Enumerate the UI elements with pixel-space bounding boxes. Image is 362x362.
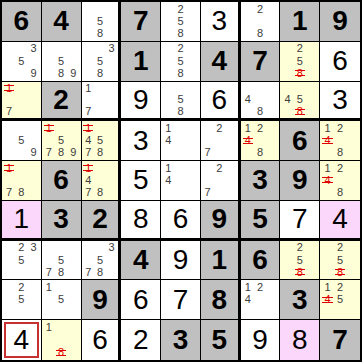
candidate-slot-9: [187, 187, 199, 199]
candidate-grid: 124: [242, 281, 279, 318]
candidate-3: 3: [31, 43, 37, 54]
candidate-slot-6: [306, 94, 318, 106]
cell-r8c5[interactable]: 7: [161, 280, 201, 320]
candidate-slot-5: 5: [174, 15, 186, 27]
candidate-slot-4: [202, 135, 214, 147]
candidate-slot-9: [187, 106, 199, 118]
cell-r5c9[interactable]: 1248: [320, 161, 360, 201]
cell-r9c2[interactable]: 18: [42, 320, 82, 360]
eliminated-candidate-1: 1: [85, 123, 91, 134]
candidate-2: 2: [257, 282, 263, 293]
cell-r3c9[interactable]: 3: [320, 82, 360, 122]
candidate-slot-7: [162, 187, 174, 199]
candidate-slot-5: 5: [15, 254, 27, 266]
eliminated-candidate-1: 1: [6, 83, 12, 94]
candidate-grid: 589: [43, 43, 80, 80]
cell-r6c9[interactable]: 4: [320, 201, 360, 241]
candidate-2: 2: [257, 123, 263, 134]
candidate-slot-1: [3, 122, 15, 134]
candidate-grid: 258: [162, 3, 199, 40]
candidate-slot-3: [67, 242, 79, 254]
candidate-slot-4: [43, 294, 55, 306]
cell-r7c2[interactable]: 578: [42, 241, 82, 281]
candidate-slot-9: [67, 266, 79, 278]
candidate-9: 9: [31, 147, 37, 158]
candidate-slot-8: 8: [334, 147, 347, 159]
candidate-5: 5: [297, 94, 303, 105]
candidate-slot-9: [28, 306, 40, 318]
cell-r1c5[interactable]: 258: [161, 2, 201, 42]
candidate-slot-5: [94, 94, 106, 106]
candidate-slot-7: [3, 266, 15, 278]
eliminated-candidate-8: 8: [58, 347, 64, 358]
cell-r2c4[interactable]: 1: [121, 42, 161, 82]
cell-r8c2[interactable]: 15: [42, 280, 82, 320]
cell-r9c5[interactable]: 3: [161, 320, 201, 360]
candidate-5: 5: [58, 294, 64, 305]
candidate-slot-2: 2: [254, 281, 266, 293]
candidate-slot-3: [306, 43, 318, 55]
cell-r7c8[interactable]: 258: [280, 241, 320, 281]
candidate-slot-3: [187, 83, 199, 95]
candidate-5: 5: [97, 56, 103, 67]
cell-r8c6[interactable]: 8: [201, 280, 241, 320]
cell-r5c1[interactable]: 178: [2, 161, 42, 201]
candidate-slot-8: 8: [55, 147, 67, 159]
candidate-slot-4: [162, 55, 174, 67]
candidate-slot-1: [83, 242, 95, 254]
cell-r6c4[interactable]: 8: [121, 201, 161, 241]
candidate-slot-6: [106, 15, 118, 27]
solved-digit-7: 7: [292, 205, 308, 233]
candidate-slot-2: [94, 122, 106, 134]
cell-r6c3[interactable]: 2: [82, 201, 122, 241]
cell-r1c1[interactable]: 6: [2, 2, 42, 42]
cell-r6c7[interactable]: 5: [241, 201, 281, 241]
candidate-1: 1: [165, 123, 171, 134]
candidate-slot-2: [254, 83, 266, 95]
candidate-slot-4: 4: [321, 294, 334, 306]
solved-digit-2: 2: [133, 326, 149, 354]
cell-r4c1[interactable]: 59: [2, 121, 42, 161]
cell-r5c2[interactable]: 6: [42, 161, 82, 201]
candidate-slot-8: [15, 67, 27, 79]
candidate-slot-3: [187, 162, 199, 174]
cell-r7c5[interactable]: 9: [161, 241, 201, 281]
candidate-slot-2: 2: [174, 3, 186, 15]
candidate-slot-5: 5: [94, 254, 106, 266]
candidate-slot-8: 8: [254, 147, 266, 159]
candidate-3: 3: [108, 43, 114, 54]
candidate-slot-2: [94, 242, 106, 254]
candidate-grid: 3578: [83, 242, 118, 279]
candidate-grid: 27: [202, 122, 237, 159]
candidate-grid: 1248: [242, 122, 279, 159]
candidate-slot-7: [162, 67, 174, 79]
candidate-1: 1: [46, 322, 52, 333]
candidate-slot-6: [28, 174, 40, 186]
cell-r3c1[interactable]: 17: [2, 82, 42, 122]
candidate-grid: 18: [43, 321, 80, 359]
candidate-slot-4: 4: [242, 94, 254, 106]
candidate-8: 8: [177, 28, 183, 39]
candidate-slot-9: [187, 147, 199, 159]
candidate-slot-8: [15, 106, 27, 118]
candidate-slot-6: [106, 135, 118, 147]
cell-r4c6[interactable]: 27: [201, 121, 241, 161]
cell-r5c8[interactable]: 9: [280, 161, 320, 201]
candidate-1: 1: [165, 163, 171, 174]
candidate-slot-8: [55, 306, 67, 318]
candidate-5: 5: [18, 135, 24, 146]
candidate-slot-7: 7: [3, 106, 15, 118]
given-digit-6: 6: [292, 127, 308, 155]
cell-r6c5[interactable]: 6: [161, 201, 201, 241]
given-digit-1: 1: [211, 246, 227, 274]
cell-r3c4[interactable]: 9: [121, 82, 161, 122]
candidate-slot-1: 1: [3, 83, 15, 95]
candidate-slot-5: [213, 174, 225, 186]
eliminated-candidate-1: 1: [85, 163, 91, 174]
candidate-slot-7: [3, 67, 15, 79]
candidate-slot-4: [202, 174, 214, 186]
candidate-7: 7: [6, 187, 12, 198]
cell-r7c6[interactable]: 1: [201, 241, 241, 281]
cell-r9c7[interactable]: 9: [241, 320, 281, 360]
eliminated-candidate-1: 1: [6, 163, 12, 174]
candidate-grid: 27: [202, 162, 237, 199]
candidate-slot-4: [3, 174, 15, 186]
candidate-slot-6: [67, 294, 79, 306]
cell-r4c7[interactable]: 1248: [241, 121, 281, 161]
candidate-slot-9: [346, 266, 359, 278]
candidate-slot-4: 4: [242, 294, 254, 306]
candidate-slot-8: 8: [55, 67, 67, 79]
cell-r9c4[interactable]: 2: [121, 320, 161, 360]
cell-r6c6[interactable]: 9: [201, 201, 241, 241]
candidate-slot-6: [28, 55, 40, 67]
candidate-slot-4: [3, 294, 15, 306]
candidate-5: 5: [297, 56, 303, 67]
candidate-slot-2: 2: [254, 122, 266, 134]
cell-r2c9[interactable]: 6: [320, 42, 360, 82]
candidate-slot-1: 1: [83, 122, 95, 134]
cell-r2c8[interactable]: 258: [280, 42, 320, 82]
candidate-slot-8: 8: [94, 28, 106, 40]
given-digit-2: 2: [92, 205, 108, 233]
candidate-slot-7: [3, 147, 15, 159]
cell-r4c8[interactable]: 6: [280, 121, 320, 161]
cell-r5c5[interactable]: 14: [161, 161, 201, 201]
candidate-slot-3: [187, 43, 199, 55]
candidate-slot-8: [174, 147, 186, 159]
candidate-8: 8: [18, 187, 24, 198]
candidate-slot-6: [106, 254, 118, 266]
candidate-slot-2: [94, 3, 106, 15]
cell-r8c7[interactable]: 124: [241, 280, 281, 320]
cell-r4c3[interactable]: 14578: [82, 121, 122, 161]
candidate-1: 1: [324, 123, 330, 134]
candidate-4: 4: [285, 94, 291, 105]
candidate-grid: 14: [162, 162, 199, 199]
eliminated-candidate-8: 8: [337, 267, 343, 278]
candidate-slot-3: 3: [106, 242, 118, 254]
candidate-slot-5: 5: [334, 254, 347, 266]
solved-digit-1: 1: [14, 205, 30, 233]
cell-r8c3[interactable]: 9: [82, 280, 122, 320]
cell-r4c9[interactable]: 1248: [320, 121, 360, 161]
cell-r3c6[interactable]: 6: [201, 82, 241, 122]
cell-r5c7[interactable]: 3: [241, 161, 281, 201]
candidate-slot-5: [334, 135, 347, 147]
candidate-slot-9: 9: [67, 147, 79, 159]
candidate-slot-2: [294, 83, 306, 95]
candidate-5: 5: [177, 16, 183, 27]
candidate-slot-6: [346, 135, 359, 147]
candidate-slot-4: 4: [83, 174, 95, 186]
cell-r8c9[interactable]: 1245: [320, 280, 360, 320]
candidate-slot-5: [94, 174, 106, 186]
candidate-slot-5: 5: [294, 94, 306, 106]
candidate-slot-3: [346, 242, 359, 254]
candidate-4: 4: [165, 175, 171, 186]
candidate-slot-8: [334, 306, 347, 318]
cell-r9c6[interactable]: 5: [201, 320, 241, 360]
cell-r5c3[interactable]: 1478: [82, 161, 122, 201]
eliminated-candidate-4: 4: [324, 135, 330, 146]
cell-r1c8[interactable]: 1: [280, 2, 320, 42]
candidate-slot-4: [162, 15, 174, 27]
candidate-slot-5: 5: [15, 55, 27, 67]
candidate-grid: 1248: [321, 162, 359, 199]
candidate-slot-3: [67, 281, 79, 293]
candidate-slot-2: [15, 83, 27, 95]
candidate-grid: 58: [83, 3, 118, 40]
candidate-grid: 17: [83, 83, 118, 118]
candidate-slot-8: [213, 187, 225, 199]
candidate-slot-8: 8: [94, 187, 106, 199]
candidate-slot-5: 5: [55, 55, 67, 67]
cell-r9c8[interactable]: 8: [280, 320, 320, 360]
candidate-slot-7: [162, 28, 174, 40]
cell-r5c4[interactable]: 5: [121, 161, 161, 201]
candidate-8: 8: [97, 28, 103, 39]
cell-r4c5[interactable]: 14: [161, 121, 201, 161]
candidate-slot-3: 3: [106, 43, 118, 55]
candidate-slot-2: [15, 43, 27, 55]
candidate-grid: 25: [3, 281, 40, 318]
eliminated-candidate-1: 1: [46, 123, 52, 134]
given-digit-6: 6: [14, 7, 30, 35]
cell-r9c9[interactable]: 7: [320, 320, 360, 360]
candidate-slot-6: [106, 174, 118, 186]
given-digit-9: 9: [211, 205, 227, 233]
cell-r1c9[interactable]: 9: [320, 2, 360, 42]
cell-r2c7[interactable]: 7: [241, 42, 281, 82]
candidate-slot-5: [254, 294, 266, 306]
cell-r8c4[interactable]: 6: [121, 280, 161, 320]
candidate-slot-2: 2: [334, 162, 347, 174]
candidate-slot-7: [242, 147, 254, 159]
solved-digit-9: 9: [252, 326, 268, 354]
candidate-slot-9: [266, 28, 278, 40]
cell-r2c3[interactable]: 358: [82, 42, 122, 82]
candidate-slot-8: [15, 266, 27, 278]
candidate-slot-5: [254, 135, 266, 147]
candidate-slot-3: [346, 162, 359, 174]
given-digit-1: 1: [292, 7, 308, 35]
cell-r5c6[interactable]: 27: [201, 161, 241, 201]
cell-r8c1[interactable]: 25: [2, 280, 42, 320]
cell-r7c7[interactable]: 6: [241, 241, 281, 281]
candidate-8: 8: [58, 267, 64, 278]
candidate-slot-4: [83, 254, 95, 266]
candidate-8: 8: [337, 187, 343, 198]
candidate-2: 2: [216, 123, 222, 134]
candidate-slot-1: 1: [321, 122, 334, 134]
candidate-slot-7: 7: [83, 147, 95, 159]
cell-r1c3[interactable]: 58: [82, 2, 122, 42]
candidate-slot-6: [187, 94, 199, 106]
candidate-slot-2: [15, 162, 27, 174]
candidate-slot-1: [281, 242, 293, 254]
candidate-slot-3: [67, 321, 79, 334]
given-digit-9: 9: [92, 286, 108, 314]
cell-r2c1[interactable]: 359: [2, 42, 42, 82]
cell-r8c8[interactable]: 3: [280, 280, 320, 320]
candidate-slot-5: 5: [55, 135, 67, 147]
candidate-5: 5: [58, 56, 64, 67]
candidate-slot-9: [106, 266, 118, 278]
candidate-slot-2: 2: [174, 43, 186, 55]
given-digit-4: 4: [133, 246, 149, 274]
cell-r7c9[interactable]: 258: [320, 241, 360, 281]
solved-digit-6: 6: [332, 47, 348, 75]
candidate-slot-7: 7: [83, 266, 95, 278]
given-digit-4: 4: [53, 7, 69, 35]
candidate-slot-4: [281, 254, 293, 266]
candidate-slot-3: [106, 3, 118, 15]
cell-r4c2[interactable]: 15789: [42, 121, 82, 161]
candidate-slot-3: [225, 162, 237, 174]
candidate-slot-5: [174, 135, 186, 147]
candidate-7: 7: [205, 147, 211, 158]
solved-digit-6: 6: [92, 326, 108, 354]
candidate-slot-4: [321, 254, 334, 266]
candidate-2: 2: [18, 282, 24, 293]
candidate-slot-6: [346, 254, 359, 266]
candidate-slot-2: [174, 162, 186, 174]
cell-r7c4[interactable]: 4: [121, 241, 161, 281]
candidate-slot-7: [43, 306, 55, 318]
candidate-slot-8: [254, 306, 266, 318]
cell-r3c2[interactable]: 2: [42, 82, 82, 122]
eliminated-candidate-8: 8: [297, 267, 303, 278]
candidate-grid: 14578: [83, 122, 118, 159]
candidate-slot-2: [55, 43, 67, 55]
given-digit-7: 7: [252, 47, 268, 75]
candidate-slot-1: [242, 3, 254, 15]
candidate-slot-7: [242, 306, 254, 318]
solved-digit-3: 3: [133, 127, 149, 155]
candidate-slot-4: [83, 15, 95, 27]
candidate-slot-5: 5: [94, 135, 106, 147]
candidate-slot-1: [321, 242, 334, 254]
candidate-slot-3: [67, 43, 79, 55]
solved-digit-6: 6: [133, 286, 149, 314]
cell-r6c8[interactable]: 7: [280, 201, 320, 241]
candidate-slot-7: 7: [202, 187, 214, 199]
candidate-slot-6: [225, 174, 237, 186]
candidate-slot-3: [306, 242, 318, 254]
candidate-slot-9: 9: [67, 67, 79, 79]
candidate-slot-2: [55, 242, 67, 254]
candidate-slot-1: [162, 83, 174, 95]
cell-r2c6[interactable]: 4: [201, 42, 241, 82]
candidate-slot-1: [281, 43, 293, 55]
candidate-slot-5: [254, 94, 266, 106]
candidate-slot-5: [213, 135, 225, 147]
candidate-slot-1: 1: [321, 162, 334, 174]
candidate-slot-1: [202, 162, 214, 174]
given-digit-3: 3: [53, 205, 69, 233]
solved-digit-4: 4: [332, 205, 348, 233]
given-digit-4: 4: [211, 47, 227, 75]
candidate-slot-8: 8: [294, 266, 306, 278]
cell-r3c8[interactable]: 458: [280, 82, 320, 122]
candidate-5: 5: [337, 294, 343, 305]
candidate-1: 1: [245, 282, 251, 293]
candidate-slot-3: [187, 122, 199, 134]
cell-r7c1[interactable]: 235: [2, 241, 42, 281]
cell-r3c7[interactable]: 48: [241, 82, 281, 122]
cell-r1c2[interactable]: 4: [42, 2, 82, 42]
cell-r6c1[interactable]: 1: [2, 201, 42, 241]
cell-r9c3[interactable]: 6: [82, 320, 122, 360]
candidate-slot-8: 8: [94, 266, 106, 278]
candidate-5: 5: [18, 255, 24, 266]
cell-r3c3[interactable]: 17: [82, 82, 122, 122]
cell-r1c6[interactable]: 3: [201, 2, 241, 42]
cell-r1c7[interactable]: 28: [241, 2, 281, 42]
candidate-slot-5: [334, 174, 347, 186]
given-digit-7: 7: [133, 7, 149, 35]
cell-r2c5[interactable]: 258: [161, 42, 201, 82]
given-digit-6: 6: [53, 166, 69, 194]
candidate-slot-2: [15, 122, 27, 134]
candidate-grid: 1248: [321, 122, 359, 159]
candidate-2: 2: [297, 43, 303, 54]
candidate-slot-7: [321, 266, 334, 278]
candidate-slot-9: 9: [28, 67, 40, 79]
cell-r2c2[interactable]: 589: [42, 42, 82, 82]
candidate-slot-7: [281, 106, 293, 118]
cell-r6c2[interactable]: 3: [42, 201, 82, 241]
cell-r7c3[interactable]: 3578: [82, 241, 122, 281]
candidate-5: 5: [18, 294, 24, 305]
candidate-slot-7: [83, 28, 95, 40]
cell-r9c1[interactable]: 4: [2, 320, 42, 360]
cell-r1c4[interactable]: 7: [121, 2, 161, 42]
cell-r3c5[interactable]: 58: [161, 82, 201, 122]
cell-r4c4[interactable]: 3: [121, 121, 161, 161]
candidate-slot-7: [83, 67, 95, 79]
candidate-8: 8: [257, 106, 263, 117]
candidate-grid: 14: [162, 122, 199, 159]
candidate-slot-6: [306, 254, 318, 266]
candidate-slot-7: [3, 306, 15, 318]
candidate-slot-7: [242, 28, 254, 40]
